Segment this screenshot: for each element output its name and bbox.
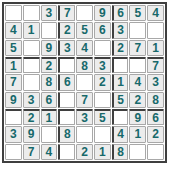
cell-r6c7: 5 [112, 92, 129, 108]
cell-r5c1: 7 [5, 74, 22, 90]
cell-r8c2: 9 [23, 126, 40, 142]
sudoku-board: 3796544125635934271128377862143936752821… [2, 2, 167, 163]
cell-r3c3: 9 [41, 40, 58, 56]
cell-r9c5: 2 [76, 144, 93, 160]
cell-r4c8[interactable] [129, 57, 146, 73]
cell-r6c3: 6 [41, 92, 58, 108]
cell-r2c1: 4 [5, 22, 22, 38]
cell-r6c8: 2 [129, 92, 146, 108]
cell-r3c5: 4 [76, 40, 93, 56]
cell-r2c3[interactable] [41, 22, 58, 38]
cell-r5c3: 8 [41, 74, 58, 90]
cell-r1c8: 5 [129, 5, 146, 21]
sudoku-grid: 3796544125635934271128377862143936752821… [5, 5, 164, 160]
cell-r3c7: 2 [112, 40, 129, 56]
cell-r8c6[interactable] [94, 126, 111, 142]
cell-r3c4: 3 [58, 40, 75, 56]
cell-r5c9: 3 [147, 74, 164, 90]
cell-r9c9[interactable] [147, 144, 164, 160]
cell-r3c1: 5 [5, 40, 22, 56]
cell-r6c6[interactable] [94, 92, 111, 108]
cell-r8c5[interactable] [76, 126, 93, 142]
cell-r1c2[interactable] [23, 5, 40, 21]
cell-r5c7: 1 [112, 74, 129, 90]
cell-r1c9: 4 [147, 5, 164, 21]
cell-r1c7: 6 [112, 5, 129, 21]
cell-r4c7[interactable] [112, 57, 129, 73]
cell-r6c9: 8 [147, 92, 164, 108]
cell-r7c9: 6 [147, 109, 164, 125]
cell-r1c3: 3 [41, 5, 58, 21]
cell-r7c2: 2 [23, 109, 40, 125]
cell-r8c9: 2 [147, 126, 164, 142]
cell-r3c2[interactable] [23, 40, 40, 56]
cell-r9c7: 8 [112, 144, 129, 160]
cell-r3c9: 1 [147, 40, 164, 56]
cell-r2c8[interactable] [129, 22, 146, 38]
cell-r6c1: 9 [5, 92, 22, 108]
cell-r4c9: 7 [147, 57, 164, 73]
cell-r4c2[interactable] [23, 57, 40, 73]
cell-r3c8: 7 [129, 40, 146, 56]
cell-r9c4[interactable] [58, 144, 75, 160]
cell-r3c6[interactable] [94, 40, 111, 56]
cell-r7c6: 5 [94, 109, 111, 125]
cell-r6c5: 7 [76, 92, 93, 108]
cell-r2c4: 2 [58, 22, 75, 38]
cell-r5c6: 2 [94, 74, 111, 90]
cell-r9c3: 4 [41, 144, 58, 160]
cell-r8c7: 4 [112, 126, 129, 142]
cell-r5c5[interactable] [76, 74, 93, 90]
cell-r2c9[interactable] [147, 22, 164, 38]
cell-r7c3: 1 [41, 109, 58, 125]
cell-r5c2[interactable] [23, 74, 40, 90]
cell-r9c6: 1 [94, 144, 111, 160]
cell-r7c5: 3 [76, 109, 93, 125]
cell-r9c2: 7 [23, 144, 40, 160]
cell-r1c4: 7 [58, 5, 75, 21]
cell-r4c4[interactable] [58, 57, 75, 73]
cell-r1c6: 9 [94, 5, 111, 21]
cell-r6c2: 3 [23, 92, 40, 108]
cell-r4c1: 1 [5, 57, 22, 73]
cell-r7c4[interactable] [58, 109, 75, 125]
cell-r4c5: 8 [76, 57, 93, 73]
cell-r1c1[interactable] [5, 5, 22, 21]
cell-r2c7: 3 [112, 22, 129, 38]
cell-r7c7[interactable] [112, 109, 129, 125]
cell-r4c3: 2 [41, 57, 58, 73]
cell-r7c1[interactable] [5, 109, 22, 125]
cell-r2c2: 1 [23, 22, 40, 38]
cell-r2c5: 5 [76, 22, 93, 38]
cell-r8c1: 3 [5, 126, 22, 142]
cell-r5c4: 6 [58, 74, 75, 90]
cell-r7c8: 9 [129, 109, 146, 125]
cell-r1c5[interactable] [76, 5, 93, 21]
cell-r5c8: 4 [129, 74, 146, 90]
cell-r2c6: 6 [94, 22, 111, 38]
cell-r8c4: 8 [58, 126, 75, 142]
cell-r9c1[interactable] [5, 144, 22, 160]
cell-r8c3[interactable] [41, 126, 58, 142]
cell-r6c4[interactable] [58, 92, 75, 108]
cell-r8c8: 1 [129, 126, 146, 142]
cell-r9c8[interactable] [129, 144, 146, 160]
cell-r4c6: 3 [94, 57, 111, 73]
